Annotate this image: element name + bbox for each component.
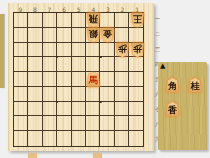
piece-glyph: 馬 bbox=[89, 74, 98, 87]
square-4-8[interactable] bbox=[86, 116, 100, 131]
square-8-3[interactable] bbox=[28, 43, 42, 58]
square-7-9[interactable] bbox=[43, 131, 57, 146]
hand-piece-桂[interactable]: 桂 bbox=[189, 78, 202, 92]
square-7-7[interactable] bbox=[43, 102, 57, 117]
square-2-1[interactable] bbox=[115, 13, 129, 28]
square-9-6[interactable] bbox=[14, 87, 28, 102]
square-4-6[interactable] bbox=[86, 87, 100, 102]
square-3-3[interactable] bbox=[100, 43, 114, 58]
square-9-3[interactable] bbox=[14, 43, 28, 58]
square-3-4[interactable] bbox=[100, 57, 114, 72]
square-2-2[interactable] bbox=[115, 28, 129, 43]
square-6-4[interactable] bbox=[57, 57, 71, 72]
square-6-1[interactable] bbox=[57, 13, 71, 28]
square-8-2[interactable] bbox=[28, 28, 42, 43]
square-7-5[interactable] bbox=[43, 72, 57, 87]
square-3-5[interactable] bbox=[100, 72, 114, 87]
piece-glyph: 王 bbox=[133, 13, 142, 26]
square-7-4[interactable] bbox=[43, 57, 57, 72]
square-4-4[interactable] bbox=[86, 57, 100, 72]
square-2-9[interactable] bbox=[115, 131, 129, 146]
piece-歩-23[interactable]: 歩 bbox=[116, 43, 129, 57]
piece-glyph: 金 bbox=[103, 28, 112, 41]
piece-glyph: 桂 bbox=[191, 80, 200, 93]
board-grid bbox=[13, 12, 144, 147]
square-6-5[interactable] bbox=[57, 72, 71, 87]
square-4-3[interactable] bbox=[86, 43, 100, 58]
square-6-9[interactable] bbox=[57, 131, 71, 146]
piece-body: 馬 bbox=[87, 73, 100, 87]
piece-glyph: 歩 bbox=[118, 43, 127, 56]
piece-body: 歩 bbox=[116, 43, 129, 57]
square-5-9[interactable] bbox=[72, 131, 86, 146]
rank-label-1: 一 bbox=[154, 12, 162, 27]
piece-金-32[interactable]: 金 bbox=[101, 28, 114, 42]
piece-glyph: 飛 bbox=[89, 13, 98, 26]
square-9-1[interactable] bbox=[14, 13, 28, 28]
square-8-1[interactable] bbox=[28, 13, 42, 28]
square-5-3[interactable] bbox=[72, 43, 86, 58]
square-7-6[interactable] bbox=[43, 87, 57, 102]
square-9-7[interactable] bbox=[14, 102, 28, 117]
square-9-9[interactable] bbox=[14, 131, 28, 146]
piece-glyph: 歩 bbox=[133, 43, 142, 56]
square-2-6[interactable] bbox=[115, 87, 129, 102]
square-2-8[interactable] bbox=[115, 116, 129, 131]
square-6-8[interactable] bbox=[57, 116, 71, 131]
square-2-7[interactable] bbox=[115, 102, 129, 117]
square-6-7[interactable] bbox=[57, 102, 71, 117]
square-4-9[interactable] bbox=[86, 131, 100, 146]
shogi-app: 987654321 一二三四五六七八九 王飛銀金歩歩馬 ▲ 角桂香 bbox=[0, 0, 210, 158]
square-8-8[interactable] bbox=[28, 116, 42, 131]
square-5-1[interactable] bbox=[72, 13, 86, 28]
piece-王-11[interactable]: 王 bbox=[131, 13, 144, 27]
square-3-8[interactable] bbox=[100, 116, 114, 131]
sente-komadai: ▲ 角桂香 bbox=[158, 62, 207, 150]
square-9-2[interactable] bbox=[14, 28, 28, 43]
piece-body: 香 bbox=[166, 102, 179, 116]
square-6-3[interactable] bbox=[57, 43, 71, 58]
piece-glyph: 銀 bbox=[89, 28, 98, 41]
square-9-8[interactable] bbox=[14, 116, 28, 131]
square-1-6[interactable] bbox=[129, 87, 143, 102]
square-8-5[interactable] bbox=[28, 72, 42, 87]
piece-body: 銀 bbox=[87, 28, 100, 42]
piece-body: 王 bbox=[131, 13, 144, 27]
square-1-7[interactable] bbox=[129, 102, 143, 117]
hand-piece-角[interactable]: 角 bbox=[166, 78, 179, 92]
square-1-2[interactable] bbox=[129, 28, 143, 43]
cropped-piece-stub-right bbox=[93, 153, 102, 158]
piece-銀-42[interactable]: 銀 bbox=[87, 28, 100, 42]
rank-label-2: 二 bbox=[154, 27, 162, 42]
square-2-5[interactable] bbox=[115, 72, 129, 87]
square-7-1[interactable] bbox=[43, 13, 57, 28]
piece-body: 桂 bbox=[189, 78, 202, 92]
piece-body: 金 bbox=[101, 28, 114, 42]
piece-歩-13[interactable]: 歩 bbox=[131, 43, 144, 57]
square-9-4[interactable] bbox=[14, 57, 28, 72]
square-1-9[interactable] bbox=[129, 131, 143, 146]
piece-飛-41[interactable]: 飛 bbox=[87, 13, 100, 27]
square-3-1[interactable] bbox=[100, 13, 114, 28]
square-6-2[interactable] bbox=[57, 28, 71, 43]
square-5-5[interactable] bbox=[72, 72, 86, 87]
square-6-6[interactable] bbox=[57, 87, 71, 102]
square-5-4[interactable] bbox=[72, 57, 86, 72]
square-7-8[interactable] bbox=[43, 116, 57, 131]
square-1-4[interactable] bbox=[129, 57, 143, 72]
piece-body: 角 bbox=[166, 78, 179, 92]
square-8-6[interactable] bbox=[28, 87, 42, 102]
square-5-8[interactable] bbox=[72, 116, 86, 131]
piece-glyph: 香 bbox=[168, 104, 177, 117]
square-7-3[interactable] bbox=[43, 43, 57, 58]
square-7-2[interactable] bbox=[43, 28, 57, 43]
square-5-7[interactable] bbox=[72, 102, 86, 117]
piece-馬-45[interactable]: 馬 bbox=[87, 73, 100, 87]
square-5-2[interactable] bbox=[72, 28, 86, 43]
square-8-4[interactable] bbox=[28, 57, 42, 72]
square-5-6[interactable] bbox=[72, 87, 86, 102]
rank-label-3: 三 bbox=[154, 42, 162, 57]
square-8-9[interactable] bbox=[28, 131, 42, 146]
square-4-7[interactable] bbox=[86, 102, 100, 117]
sente-hand-marker: ▲ bbox=[160, 62, 165, 71]
square-8-7[interactable] bbox=[28, 102, 42, 117]
piece-glyph: 角 bbox=[168, 80, 177, 93]
cropped-piece-stub-left bbox=[28, 153, 37, 158]
square-3-9[interactable] bbox=[100, 131, 114, 146]
square-3-6[interactable] bbox=[100, 87, 114, 102]
square-2-4[interactable] bbox=[115, 57, 129, 72]
gote-komadai-cropped-edge bbox=[0, 14, 4, 88]
square-3-7[interactable] bbox=[100, 102, 114, 117]
square-1-8[interactable] bbox=[129, 116, 143, 131]
piece-body: 歩 bbox=[131, 43, 144, 57]
hand-piece-香[interactable]: 香 bbox=[166, 102, 179, 116]
square-1-5[interactable] bbox=[129, 72, 143, 87]
square-9-5[interactable] bbox=[14, 72, 28, 87]
piece-body: 飛 bbox=[87, 13, 100, 27]
